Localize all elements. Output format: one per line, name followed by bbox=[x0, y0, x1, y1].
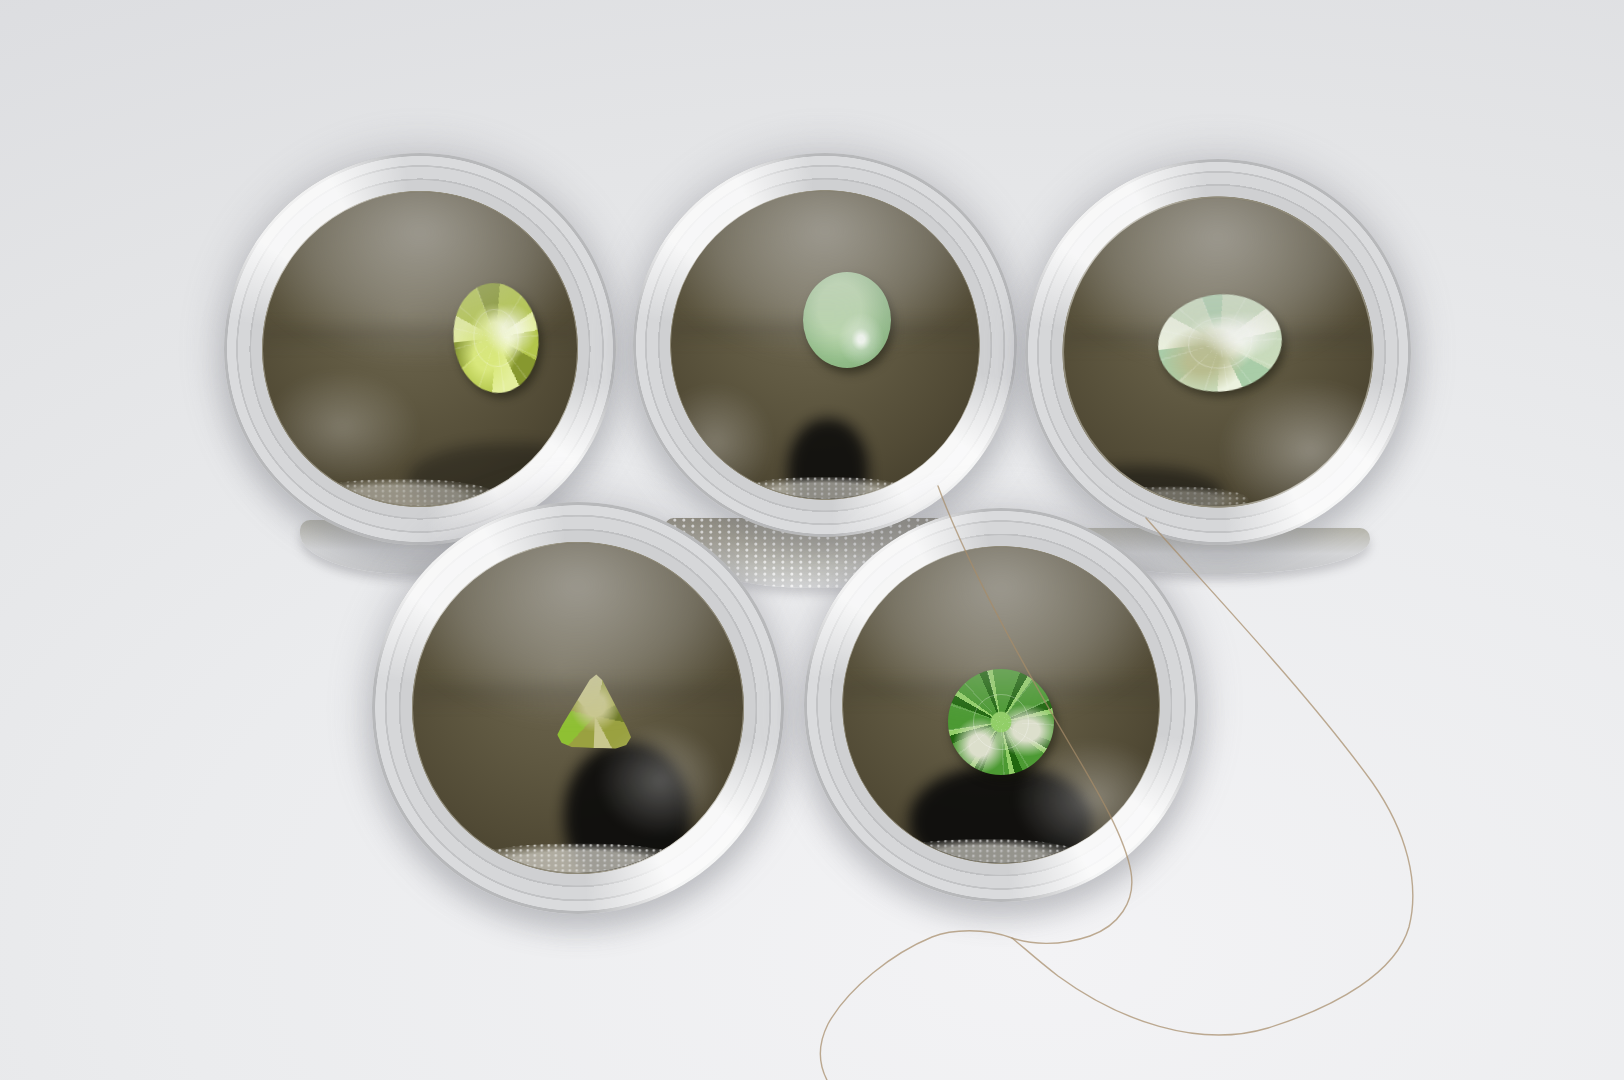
foam-insert bbox=[263, 192, 577, 506]
gem-jar-bottom-right bbox=[804, 508, 1198, 902]
gem-jar-top-right bbox=[1025, 159, 1411, 545]
gem-jar-top-middle bbox=[633, 153, 1017, 537]
photo-scene bbox=[0, 0, 1624, 1080]
foam-insert bbox=[1064, 198, 1373, 507]
gem-jar-bottom-left bbox=[372, 502, 784, 914]
foam-insert bbox=[413, 543, 743, 873]
foam-insert bbox=[843, 547, 1158, 862]
foam-insert bbox=[671, 191, 978, 498]
gem-jar-top-left bbox=[224, 153, 616, 545]
